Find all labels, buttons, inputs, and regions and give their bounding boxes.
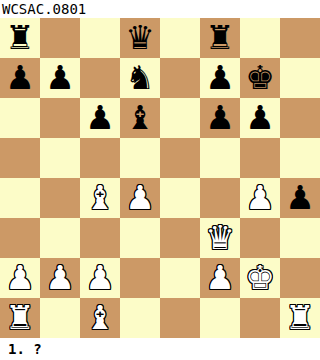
piece-white-pawn: ♟: [125, 178, 155, 218]
square-b4[interactable]: [40, 178, 80, 218]
square-h4[interactable]: ♟: [280, 178, 320, 218]
square-d5[interactable]: [120, 138, 160, 178]
square-c8[interactable]: [80, 18, 120, 58]
square-g2[interactable]: ♚: [240, 258, 280, 298]
piece-black-rook: ♜: [5, 18, 35, 58]
piece-white-pawn: ♟: [245, 178, 275, 218]
square-f7[interactable]: ♟: [200, 58, 240, 98]
piece-white-pawn: ♟: [205, 258, 235, 298]
piece-black-queen: ♛: [125, 18, 155, 58]
square-b2[interactable]: ♟: [40, 258, 80, 298]
square-h2[interactable]: [280, 258, 320, 298]
piece-black-pawn: ♟: [245, 98, 275, 138]
square-b8[interactable]: [40, 18, 80, 58]
square-h8[interactable]: [280, 18, 320, 58]
square-f1[interactable]: [200, 298, 240, 338]
square-d1[interactable]: [120, 298, 160, 338]
piece-black-pawn: ♟: [205, 58, 235, 98]
piece-black-king: ♚: [245, 58, 275, 98]
square-c3[interactable]: [80, 218, 120, 258]
square-g4[interactable]: ♟: [240, 178, 280, 218]
square-c5[interactable]: [80, 138, 120, 178]
chess-board: ♜♛♜♟♟♞♟♚♟♝♟♟♝♟♟♟♛♟♟♟♟♚♜♝♜: [0, 18, 320, 338]
piece-white-queen: ♛: [205, 218, 235, 258]
square-f6[interactable]: ♟: [200, 98, 240, 138]
square-c2[interactable]: ♟: [80, 258, 120, 298]
diagram-title: WCSAC.0801: [0, 0, 320, 18]
square-g5[interactable]: [240, 138, 280, 178]
square-e7[interactable]: [160, 58, 200, 98]
square-f4[interactable]: [200, 178, 240, 218]
piece-white-rook: ♜: [5, 298, 35, 338]
square-f5[interactable]: [200, 138, 240, 178]
piece-black-pawn: ♟: [285, 178, 315, 218]
square-f2[interactable]: ♟: [200, 258, 240, 298]
square-a6[interactable]: [0, 98, 40, 138]
piece-white-bishop: ♝: [85, 298, 115, 338]
square-a2[interactable]: ♟: [0, 258, 40, 298]
square-e4[interactable]: [160, 178, 200, 218]
square-b1[interactable]: [40, 298, 80, 338]
square-c1[interactable]: ♝: [80, 298, 120, 338]
square-e6[interactable]: [160, 98, 200, 138]
move-prompt: 1. ?: [0, 338, 320, 360]
square-b3[interactable]: [40, 218, 80, 258]
square-d2[interactable]: [120, 258, 160, 298]
square-f3[interactable]: ♛: [200, 218, 240, 258]
square-a1[interactable]: ♜: [0, 298, 40, 338]
piece-white-pawn: ♟: [85, 258, 115, 298]
square-c6[interactable]: ♟: [80, 98, 120, 138]
square-g8[interactable]: [240, 18, 280, 58]
square-g7[interactable]: ♚: [240, 58, 280, 98]
square-e3[interactable]: [160, 218, 200, 258]
piece-black-pawn: ♟: [5, 58, 35, 98]
square-g6[interactable]: ♟: [240, 98, 280, 138]
square-e2[interactable]: [160, 258, 200, 298]
square-f8[interactable]: ♜: [200, 18, 240, 58]
square-a5[interactable]: [0, 138, 40, 178]
square-h6[interactable]: [280, 98, 320, 138]
square-a3[interactable]: [0, 218, 40, 258]
piece-black-pawn: ♟: [85, 98, 115, 138]
square-d3[interactable]: [120, 218, 160, 258]
square-e1[interactable]: [160, 298, 200, 338]
piece-black-pawn: ♟: [205, 98, 235, 138]
square-h5[interactable]: [280, 138, 320, 178]
square-a4[interactable]: [0, 178, 40, 218]
square-h1[interactable]: ♜: [280, 298, 320, 338]
piece-white-rook: ♜: [285, 298, 315, 338]
square-g3[interactable]: [240, 218, 280, 258]
piece-white-pawn: ♟: [45, 258, 75, 298]
square-e5[interactable]: [160, 138, 200, 178]
piece-black-pawn: ♟: [45, 58, 75, 98]
square-d7[interactable]: ♞: [120, 58, 160, 98]
square-d4[interactable]: ♟: [120, 178, 160, 218]
square-b7[interactable]: ♟: [40, 58, 80, 98]
square-g1[interactable]: [240, 298, 280, 338]
square-h7[interactable]: [280, 58, 320, 98]
square-d6[interactable]: ♝: [120, 98, 160, 138]
square-a7[interactable]: ♟: [0, 58, 40, 98]
square-a8[interactable]: ♜: [0, 18, 40, 58]
chess-diagram: WCSAC.0801 ♜♛♜♟♟♞♟♚♟♝♟♟♝♟♟♟♛♟♟♟♟♚♜♝♜ 1. …: [0, 0, 320, 360]
piece-white-pawn: ♟: [5, 258, 35, 298]
square-b5[interactable]: [40, 138, 80, 178]
piece-white-bishop: ♝: [85, 178, 115, 218]
square-e8[interactable]: [160, 18, 200, 58]
piece-white-king: ♚: [245, 258, 275, 298]
square-d8[interactable]: ♛: [120, 18, 160, 58]
piece-black-knight: ♞: [125, 58, 155, 98]
piece-black-bishop: ♝: [125, 98, 155, 138]
square-h3[interactable]: [280, 218, 320, 258]
square-b6[interactable]: [40, 98, 80, 138]
square-c4[interactable]: ♝: [80, 178, 120, 218]
square-c7[interactable]: [80, 58, 120, 98]
piece-black-rook: ♜: [205, 18, 235, 58]
